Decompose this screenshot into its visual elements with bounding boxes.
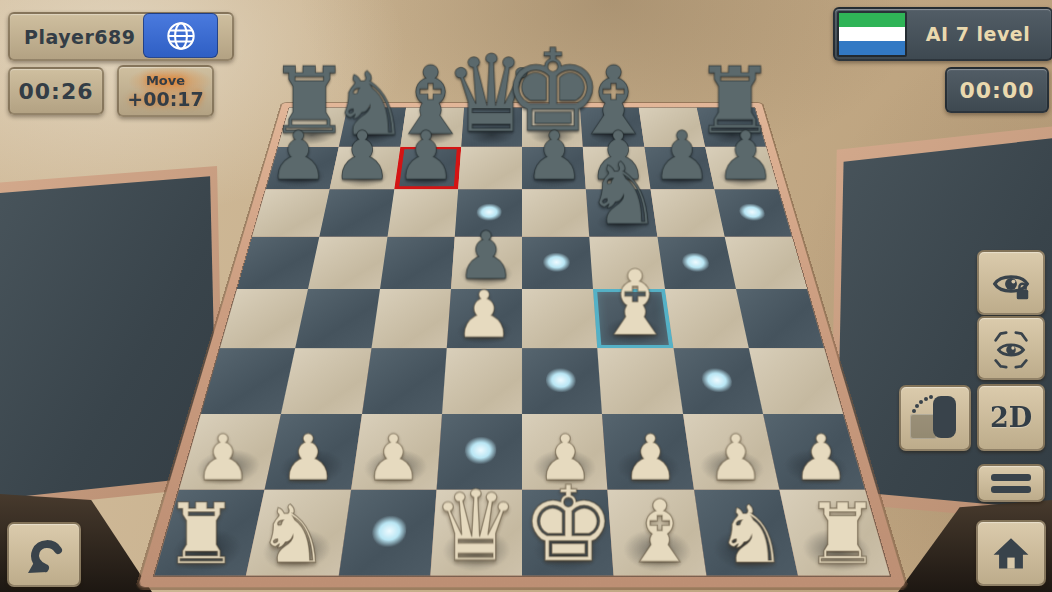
piece-white-pawn-d4[interactable]: ♟ [455, 285, 513, 347]
trail-dot [919, 400, 923, 404]
menu-icon [991, 474, 1031, 481]
trail-dot [915, 404, 919, 408]
piece-white-pawn-c2[interactable]: ♟ [365, 428, 422, 488]
square-b1[interactable]: ♞ [246, 489, 350, 575]
square-b6[interactable] [320, 189, 394, 236]
square-e3[interactable] [522, 348, 602, 414]
square-c3[interactable] [361, 348, 446, 414]
piece-black-pawn-b7[interactable]: ♟ [332, 124, 392, 188]
white-clock-panel: 00:26 [8, 67, 104, 115]
square-h1[interactable]: ♜ [779, 489, 890, 575]
square-b4[interactable] [296, 289, 380, 348]
legal-move-dot-g5[interactable] [680, 252, 710, 272]
square-f4[interactable]: ♝ [593, 289, 673, 348]
square-e5[interactable] [522, 236, 593, 289]
white-player-name: Player689 [24, 26, 135, 48]
home-icon [989, 531, 1033, 575]
piece-black-pawn-a7[interactable]: ♟ [268, 124, 328, 188]
sierra-leone-flag [837, 11, 907, 57]
flag-stripe-green [839, 13, 905, 27]
square-a5[interactable] [237, 236, 320, 289]
eye-view-icon [988, 325, 1034, 371]
move-timer-label: Move [146, 73, 185, 88]
piece-white-knight-g1[interactable]: ♞ [716, 498, 787, 574]
piece-block [933, 396, 956, 438]
trail-dot [929, 395, 933, 399]
square-b5[interactable] [308, 236, 387, 289]
square-b7[interactable]: ♟ [330, 146, 400, 189]
undo-icon [20, 531, 68, 579]
piece-black-pawn-e7[interactable]: ♟ [524, 124, 584, 188]
square-a6[interactable] [252, 189, 330, 236]
square-c1[interactable] [338, 489, 436, 575]
square-f2[interactable]: ♟ [602, 414, 693, 489]
square-b3[interactable] [281, 348, 371, 414]
square-d4[interactable]: ♟ [447, 289, 522, 348]
square-e4[interactable] [522, 289, 597, 348]
square-d3[interactable] [442, 348, 522, 414]
eye-lock-icon [988, 260, 1034, 306]
home-button[interactable] [976, 520, 1046, 586]
square-a3[interactable] [201, 348, 296, 414]
view-lock-button[interactable] [977, 250, 1045, 315]
square-h7[interactable]: ♟ [705, 146, 778, 189]
legal-move-dot-d2[interactable] [464, 436, 497, 465]
mode-2d-label: 2D [990, 402, 1032, 433]
legal-move-dot-e5[interactable] [543, 252, 570, 272]
piece-white-bishop-f4[interactable]: ♝ [594, 260, 675, 346]
square-h3[interactable] [748, 348, 843, 414]
square-g4[interactable] [665, 289, 749, 348]
square-g1[interactable]: ♞ [693, 489, 797, 575]
mode-2d-button[interactable]: 2D [977, 384, 1045, 451]
piece-white-rook-h1[interactable]: ♜ [805, 494, 880, 574]
move-animation-button[interactable] [899, 385, 971, 451]
square-c4[interactable] [371, 289, 451, 348]
flag-stripe-white [839, 27, 905, 41]
square-a7[interactable]: ♟ [266, 146, 339, 189]
square-h4[interactable] [736, 289, 824, 348]
piece-white-rook-a1[interactable]: ♜ [163, 494, 238, 574]
square-d7[interactable] [458, 146, 522, 189]
square-g3[interactable] [673, 348, 763, 414]
trail-dot [912, 409, 916, 413]
square-e7[interactable]: ♟ [522, 146, 586, 189]
black-player-panel: AI 7 level [833, 7, 1052, 61]
piece-black-pawn-c7[interactable]: ♟ [396, 124, 456, 188]
square-c7[interactable]: ♟ [394, 146, 461, 189]
globe-icon [162, 17, 200, 55]
piece-white-pawn-h2[interactable]: ♟ [793, 428, 850, 488]
piece-white-bishop-f1[interactable]: ♝ [621, 491, 698, 573]
black-clock: 00:00 [959, 78, 1034, 103]
undo-button[interactable] [7, 522, 81, 587]
game-scene: ♜♞♝♛♚♝♜♟♟♟♟♟♟♟♞♟♟♝♟♟♟♟♟♟♟♜♞♛♚♝♞♜ Player6… [0, 0, 1052, 592]
piece-white-queen-d1[interactable]: ♛ [432, 481, 519, 574]
square-a4[interactable] [220, 289, 308, 348]
square-e6[interactable] [522, 189, 589, 236]
square-f6[interactable]: ♞ [586, 189, 657, 236]
online-button[interactable] [143, 13, 218, 58]
black-player-name: AI 7 level [907, 23, 1049, 45]
square-f1[interactable]: ♝ [608, 489, 706, 575]
square-h6[interactable] [714, 189, 792, 236]
square-c5[interactable] [380, 236, 455, 289]
square-h2[interactable]: ♟ [763, 414, 865, 489]
menu-button[interactable] [977, 464, 1045, 502]
square-h5[interactable] [724, 236, 807, 289]
square-b2[interactable]: ♟ [265, 414, 362, 489]
piece-white-pawn-a2[interactable]: ♟ [194, 428, 251, 488]
black-clock-panel: 00:00 [945, 67, 1049, 113]
legal-move-dot-g3[interactable] [700, 367, 734, 392]
move-timer-panel: Move +00:17 [117, 65, 214, 117]
legal-move-dot-h6[interactable] [737, 203, 767, 221]
piece-white-king-e1[interactable]: ♚ [521, 475, 614, 574]
square-d1[interactable]: ♛ [430, 489, 522, 575]
white-clock: 00:26 [18, 79, 93, 104]
square-f3[interactable] [597, 348, 682, 414]
free-look-button[interactable] [977, 316, 1045, 380]
piece-white-pawn-b2[interactable]: ♟ [280, 428, 337, 488]
trail-dot [924, 397, 928, 401]
piece-white-knight-b1[interactable]: ♞ [257, 498, 328, 574]
piece-black-knight-f6[interactable]: ♞ [585, 154, 662, 236]
piece-white-pawn-f2[interactable]: ♟ [622, 428, 679, 488]
flag-stripe-blue [839, 41, 905, 55]
move-timer-value: +00:17 [127, 88, 203, 110]
piece-white-pawn-g2[interactable]: ♟ [708, 428, 765, 488]
piece-black-pawn-h7[interactable]: ♟ [716, 124, 776, 188]
chessboard: ♜♞♝♛♚♝♜♟♟♟♟♟♟♟♞♟♟♝♟♟♟♟♟♟♟♜♞♛♚♝♞♜ [154, 108, 889, 576]
square-c2[interactable]: ♟ [351, 414, 442, 489]
square-c6[interactable] [387, 189, 458, 236]
square-a2[interactable]: ♟ [179, 414, 281, 489]
legal-move-dot-e3[interactable] [546, 367, 576, 392]
square-e1[interactable]: ♚ [522, 489, 614, 575]
legal-move-dot-c1[interactable] [370, 515, 407, 548]
board-frame: ♜♞♝♛♚♝♜♟♟♟♟♟♟♟♞♟♟♝♟♟♟♟♟♟♟♜♞♛♚♝♞♜ [138, 103, 906, 587]
